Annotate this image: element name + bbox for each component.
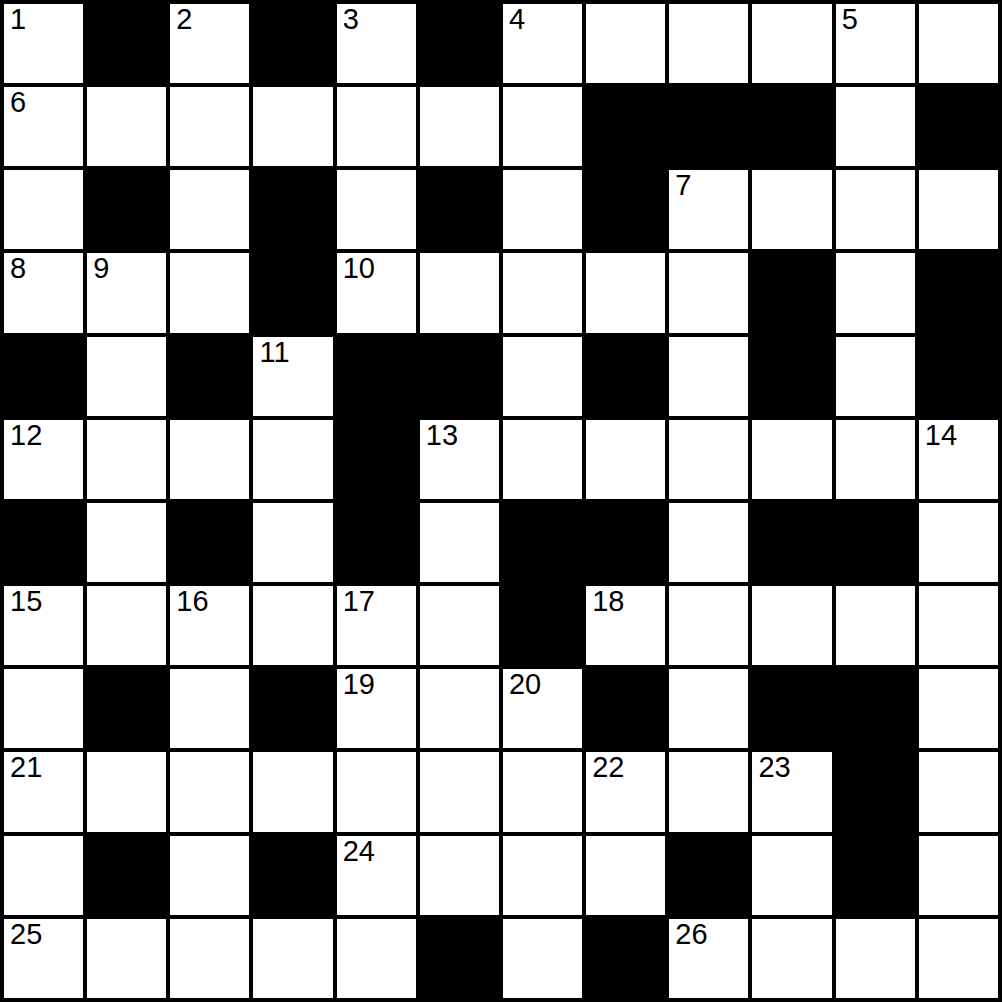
cell-9-4[interactable] xyxy=(337,752,416,831)
cell-0-11[interactable] xyxy=(919,4,998,83)
cell-11-3[interactable] xyxy=(253,919,332,998)
cell-9-11[interactable] xyxy=(919,752,998,831)
cell-1-2[interactable] xyxy=(170,87,249,166)
block-cell-0-5 xyxy=(420,4,499,83)
clue-number-3: 3 xyxy=(343,4,359,35)
cell-0-4[interactable]: 3 xyxy=(337,4,416,83)
block-cell-4-2 xyxy=(170,337,249,416)
cell-6-3[interactable] xyxy=(253,503,332,582)
cell-1-3[interactable] xyxy=(253,87,332,166)
clue-number-9: 9 xyxy=(93,253,109,284)
clue-number-23: 23 xyxy=(758,752,790,783)
block-cell-6-7 xyxy=(586,503,665,582)
cell-7-3[interactable] xyxy=(253,586,332,665)
cell-2-2[interactable] xyxy=(170,170,249,249)
cell-2-11[interactable] xyxy=(919,170,998,249)
cell-10-4[interactable]: 24 xyxy=(337,836,416,915)
cell-3-1[interactable]: 9 xyxy=(87,253,166,332)
cell-5-5[interactable]: 13 xyxy=(420,420,499,499)
cell-3-10[interactable] xyxy=(836,253,915,332)
cell-1-10[interactable] xyxy=(836,87,915,166)
block-cell-2-5 xyxy=(420,170,499,249)
cell-3-6[interactable] xyxy=(503,253,582,332)
cell-7-10[interactable] xyxy=(836,586,915,665)
block-cell-2-1 xyxy=(87,170,166,249)
cell-4-6[interactable] xyxy=(503,337,582,416)
cell-0-10[interactable]: 5 xyxy=(836,4,915,83)
block-cell-6-9 xyxy=(752,503,831,582)
clue-number-26: 26 xyxy=(675,919,707,950)
cell-3-4[interactable]: 10 xyxy=(337,253,416,332)
cell-11-1[interactable] xyxy=(87,919,166,998)
clue-number-21: 21 xyxy=(10,752,42,783)
clue-number-5: 5 xyxy=(842,4,858,35)
cell-6-8[interactable] xyxy=(669,503,748,582)
block-cell-10-8 xyxy=(669,836,748,915)
cell-0-0[interactable]: 1 xyxy=(4,4,83,83)
cell-9-0[interactable]: 21 xyxy=(4,752,83,831)
cell-7-5[interactable] xyxy=(420,586,499,665)
cell-4-3[interactable]: 11 xyxy=(253,337,332,416)
block-cell-0-1 xyxy=(87,4,166,83)
block-cell-5-4 xyxy=(337,420,416,499)
cell-11-0[interactable]: 25 xyxy=(4,919,83,998)
block-cell-6-10 xyxy=(836,503,915,582)
cell-8-11[interactable] xyxy=(919,669,998,748)
clue-number-8: 8 xyxy=(10,253,26,284)
cell-4-1[interactable] xyxy=(87,337,166,416)
block-cell-1-9 xyxy=(752,87,831,166)
clue-number-20: 20 xyxy=(509,669,541,700)
cell-6-1[interactable] xyxy=(87,503,166,582)
cell-8-2[interactable] xyxy=(170,669,249,748)
cell-8-8[interactable] xyxy=(669,669,748,748)
block-cell-9-10 xyxy=(836,752,915,831)
block-cell-3-11 xyxy=(919,253,998,332)
block-cell-4-9 xyxy=(752,337,831,416)
cell-8-6[interactable]: 20 xyxy=(503,669,582,748)
cell-2-10[interactable] xyxy=(836,170,915,249)
block-cell-7-6 xyxy=(503,586,582,665)
cell-8-0[interactable] xyxy=(4,669,83,748)
cell-5-3[interactable] xyxy=(253,420,332,499)
cell-11-6[interactable] xyxy=(503,919,582,998)
block-cell-6-2 xyxy=(170,503,249,582)
cell-11-4[interactable] xyxy=(337,919,416,998)
cell-11-8[interactable]: 26 xyxy=(669,919,748,998)
cell-2-6[interactable] xyxy=(503,170,582,249)
cell-1-5[interactable] xyxy=(420,87,499,166)
cell-7-0[interactable]: 15 xyxy=(4,586,83,665)
cell-5-6[interactable] xyxy=(503,420,582,499)
block-cell-4-5 xyxy=(420,337,499,416)
cell-6-11[interactable] xyxy=(919,503,998,582)
cell-5-2[interactable] xyxy=(170,420,249,499)
cell-3-8[interactable] xyxy=(669,253,748,332)
cell-0-7[interactable] xyxy=(586,4,665,83)
block-cell-11-7 xyxy=(586,919,665,998)
cell-3-0[interactable]: 8 xyxy=(4,253,83,332)
cell-9-2[interactable] xyxy=(170,752,249,831)
cell-9-9[interactable]: 23 xyxy=(752,752,831,831)
cell-7-11[interactable] xyxy=(919,586,998,665)
cell-10-5[interactable] xyxy=(420,836,499,915)
cell-4-10[interactable] xyxy=(836,337,915,416)
block-cell-8-1 xyxy=(87,669,166,748)
block-cell-8-10 xyxy=(836,669,915,748)
cell-8-4[interactable]: 19 xyxy=(337,669,416,748)
cell-9-7[interactable]: 22 xyxy=(586,752,665,831)
cell-10-0[interactable] xyxy=(4,836,83,915)
cell-1-1[interactable] xyxy=(87,87,166,166)
clue-number-16: 16 xyxy=(176,586,208,617)
block-cell-4-11 xyxy=(919,337,998,416)
block-cell-10-10 xyxy=(836,836,915,915)
cell-10-2[interactable] xyxy=(170,836,249,915)
block-cell-6-6 xyxy=(503,503,582,582)
cell-9-6[interactable] xyxy=(503,752,582,831)
crossword-board: 1234567891011121314151617181920212223242… xyxy=(0,0,1002,1002)
block-cell-10-1 xyxy=(87,836,166,915)
cell-7-7[interactable]: 18 xyxy=(586,586,665,665)
cell-9-5[interactable] xyxy=(420,752,499,831)
block-cell-6-0 xyxy=(4,503,83,582)
clue-number-2: 2 xyxy=(176,4,192,35)
cell-7-2[interactable]: 16 xyxy=(170,586,249,665)
block-cell-4-4 xyxy=(337,337,416,416)
clue-number-13: 13 xyxy=(426,420,458,451)
block-cell-1-11 xyxy=(919,87,998,166)
clue-number-1: 1 xyxy=(10,4,26,35)
cell-8-5[interactable] xyxy=(420,669,499,748)
cell-3-7[interactable] xyxy=(586,253,665,332)
cell-11-2[interactable] xyxy=(170,919,249,998)
clue-number-14: 14 xyxy=(925,420,957,451)
cell-11-11[interactable] xyxy=(919,919,998,998)
cell-6-5[interactable] xyxy=(420,503,499,582)
clue-number-15: 15 xyxy=(10,586,42,617)
block-cell-3-3 xyxy=(253,253,332,332)
block-cell-1-8 xyxy=(669,87,748,166)
cell-7-9[interactable] xyxy=(752,586,831,665)
cell-5-0[interactable]: 12 xyxy=(4,420,83,499)
block-cell-0-3 xyxy=(253,4,332,83)
block-cell-10-3 xyxy=(253,836,332,915)
cell-11-9[interactable] xyxy=(752,919,831,998)
block-cell-4-7 xyxy=(586,337,665,416)
cell-7-1[interactable] xyxy=(87,586,166,665)
cell-2-8[interactable]: 7 xyxy=(669,170,748,249)
clue-number-7: 7 xyxy=(675,170,691,201)
clue-number-4: 4 xyxy=(509,4,525,35)
cell-0-2[interactable]: 2 xyxy=(170,4,249,83)
block-cell-11-5 xyxy=(420,919,499,998)
block-cell-8-3 xyxy=(253,669,332,748)
block-cell-1-7 xyxy=(586,87,665,166)
cell-5-8[interactable] xyxy=(669,420,748,499)
cell-9-3[interactable] xyxy=(253,752,332,831)
clue-number-24: 24 xyxy=(343,836,375,867)
cell-2-0[interactable] xyxy=(4,170,83,249)
cell-10-9[interactable] xyxy=(752,836,831,915)
block-cell-3-9 xyxy=(752,253,831,332)
cell-5-11[interactable]: 14 xyxy=(919,420,998,499)
block-cell-8-9 xyxy=(752,669,831,748)
clue-number-11: 11 xyxy=(259,337,289,368)
cell-2-9[interactable] xyxy=(752,170,831,249)
cell-1-6[interactable] xyxy=(503,87,582,166)
cell-3-5[interactable] xyxy=(420,253,499,332)
clue-number-25: 25 xyxy=(10,919,42,950)
block-cell-8-7 xyxy=(586,669,665,748)
cell-5-10[interactable] xyxy=(836,420,915,499)
clue-number-18: 18 xyxy=(592,586,624,617)
cell-5-1[interactable] xyxy=(87,420,166,499)
cell-7-4[interactable]: 17 xyxy=(337,586,416,665)
cell-9-1[interactable] xyxy=(87,752,166,831)
cell-7-8[interactable] xyxy=(669,586,748,665)
clue-number-10: 10 xyxy=(343,253,375,284)
clue-number-6: 6 xyxy=(10,87,26,118)
cell-10-11[interactable] xyxy=(919,836,998,915)
cell-9-8[interactable] xyxy=(669,752,748,831)
clue-number-17: 17 xyxy=(343,586,375,617)
block-cell-6-4 xyxy=(337,503,416,582)
cell-10-7[interactable] xyxy=(586,836,665,915)
cell-2-4[interactable] xyxy=(337,170,416,249)
clue-number-22: 22 xyxy=(592,752,624,783)
block-cell-2-7 xyxy=(586,170,665,249)
cell-11-10[interactable] xyxy=(836,919,915,998)
clue-number-19: 19 xyxy=(343,669,375,700)
cell-1-0[interactable]: 6 xyxy=(4,87,83,166)
clue-number-12: 12 xyxy=(10,420,42,451)
cell-5-7[interactable] xyxy=(586,420,665,499)
cell-1-4[interactable] xyxy=(337,87,416,166)
cell-0-9[interactable] xyxy=(752,4,831,83)
block-cell-4-0 xyxy=(4,337,83,416)
cell-10-6[interactable] xyxy=(503,836,582,915)
cell-5-9[interactable] xyxy=(752,420,831,499)
block-cell-2-3 xyxy=(253,170,332,249)
cell-0-8[interactable] xyxy=(669,4,748,83)
cell-4-8[interactable] xyxy=(669,337,748,416)
cell-0-6[interactable]: 4 xyxy=(503,4,582,83)
cell-3-2[interactable] xyxy=(170,253,249,332)
